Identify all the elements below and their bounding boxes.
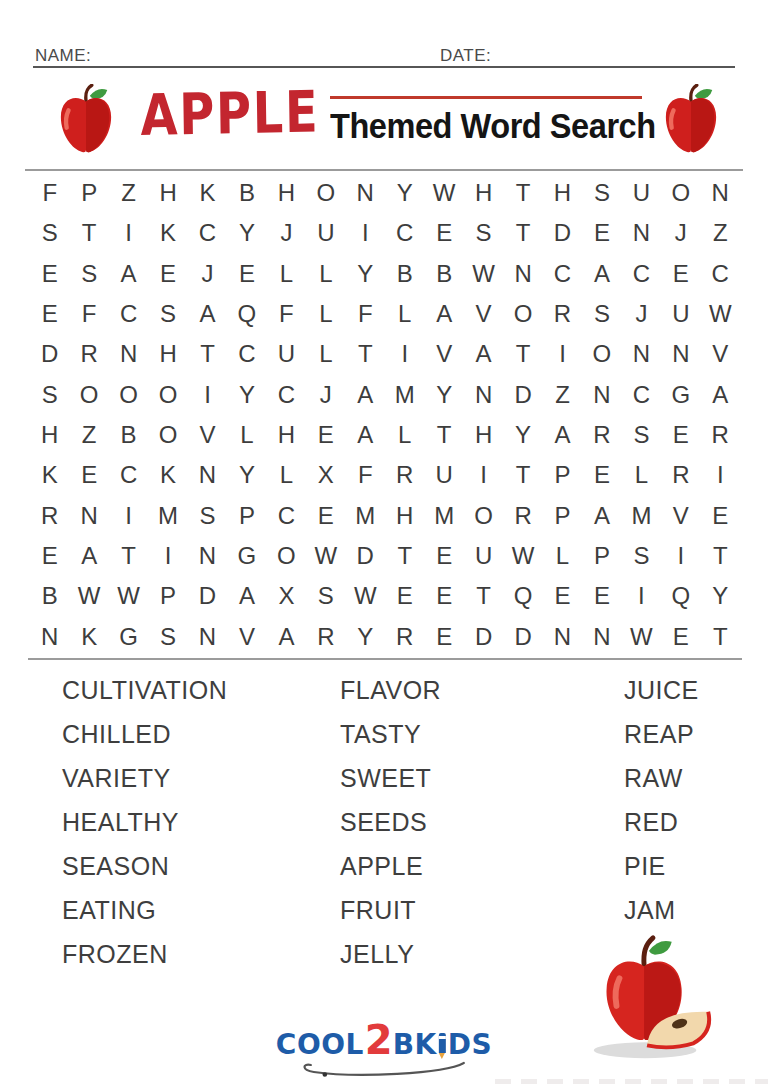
grid-cell[interactable]: R xyxy=(306,617,345,657)
grid-cell[interactable]: D xyxy=(30,334,69,374)
grid-cell[interactable]: T xyxy=(503,455,542,495)
grid-cell[interactable]: T xyxy=(109,536,148,576)
grid-cell[interactable]: R xyxy=(30,496,69,536)
grid-cell[interactable]: H xyxy=(267,415,306,455)
word-item: SWEET xyxy=(340,756,441,800)
grid-cell[interactable]: X xyxy=(267,576,306,616)
grid-cell[interactable]: O xyxy=(267,536,306,576)
name-label: NAME: xyxy=(35,46,91,66)
grid-cell[interactable]: E xyxy=(661,617,700,657)
grid-cell[interactable]: E xyxy=(30,294,69,334)
grid-cell[interactable]: B xyxy=(385,254,424,294)
grid-cell[interactable]: L xyxy=(227,415,266,455)
apple-icon xyxy=(57,84,115,156)
grid-cell[interactable]: Z xyxy=(543,375,582,415)
grid-cell[interactable]: N xyxy=(464,375,503,415)
grid-cell[interactable]: W xyxy=(503,536,542,576)
grid-cell[interactable]: O xyxy=(69,375,108,415)
grid-cell[interactable]: V xyxy=(227,617,266,657)
grid-cell[interactable]: B xyxy=(30,576,69,616)
grid-cell[interactable]: H xyxy=(267,173,306,213)
grid-cell[interactable]: I xyxy=(188,375,227,415)
grid-cell[interactable]: E xyxy=(701,496,740,536)
grid-cell[interactable]: S xyxy=(582,294,621,334)
grid-cell[interactable]: N xyxy=(661,334,700,374)
word-item: SEEDS xyxy=(340,800,441,844)
grid-cell[interactable]: F xyxy=(267,294,306,334)
grid-cell[interactable]: A xyxy=(582,254,621,294)
grid-cell[interactable]: T xyxy=(69,213,108,253)
grid-cell[interactable]: E xyxy=(582,213,621,253)
grid-cell[interactable]: W xyxy=(346,576,385,616)
grid-cell[interactable]: N xyxy=(188,455,227,495)
grid-cell[interactable]: Z xyxy=(69,415,108,455)
word-item: RED xyxy=(624,800,699,844)
word-item: RAW xyxy=(624,756,699,800)
grid-cell[interactable]: S xyxy=(188,496,227,536)
grid-cell[interactable]: V xyxy=(464,294,503,334)
word-item: PIE xyxy=(624,844,699,888)
grid-cell[interactable]: R xyxy=(385,617,424,657)
letter-grid: FPZHKBHONYWHTHSUONSTIKCYJUICESTDENJZESAE… xyxy=(30,173,740,657)
grid-cell[interactable]: E xyxy=(385,576,424,616)
grid-cell[interactable]: I xyxy=(109,496,148,536)
grid-cell[interactable]: C xyxy=(267,375,306,415)
grid-cell[interactable]: A xyxy=(188,294,227,334)
grid-cell[interactable]: D xyxy=(503,617,542,657)
word-item: SEASON xyxy=(62,844,227,888)
grid-cell[interactable]: U xyxy=(424,455,463,495)
word-item: JUICE xyxy=(624,668,699,712)
grid-cell[interactable]: Y xyxy=(385,173,424,213)
grid-cell[interactable]: E xyxy=(424,213,463,253)
grid-cell[interactable]: E xyxy=(306,415,345,455)
grid-cell[interactable]: H xyxy=(543,173,582,213)
word-item: TASTY xyxy=(340,712,441,756)
grid-cell[interactable]: E xyxy=(148,254,187,294)
grid-cell[interactable]: N xyxy=(109,334,148,374)
grid-cell[interactable]: S xyxy=(622,536,661,576)
grid-cell[interactable]: R xyxy=(582,415,621,455)
grid-cell[interactable]: G xyxy=(109,617,148,657)
grid-cell[interactable]: U xyxy=(267,334,306,374)
grid-cell[interactable]: D xyxy=(503,375,542,415)
grid-cell[interactable]: P xyxy=(69,173,108,213)
word-list-column-2: FLAVORTASTYSWEETSEEDSAPPLEFRUITJELLY xyxy=(340,668,441,976)
page-subtitle: Themed Word Search xyxy=(330,106,620,146)
grid-cell[interactable]: L xyxy=(267,455,306,495)
grid-cell[interactable]: S xyxy=(30,213,69,253)
grid-cell[interactable]: N xyxy=(622,334,661,374)
cool2bkids-logo: COOL2BKDS xyxy=(276,1024,492,1079)
grid-cell[interactable]: R xyxy=(543,294,582,334)
grid-cell[interactable]: K xyxy=(30,455,69,495)
grid-cell[interactable]: W xyxy=(424,173,463,213)
grid-cell[interactable]: N xyxy=(69,496,108,536)
grid-cell[interactable]: T xyxy=(385,536,424,576)
word-list-column-3: JUICEREAPRAWREDPIEJAM xyxy=(624,668,699,932)
grid-cell[interactable]: O xyxy=(503,294,542,334)
grid-cell[interactable]: N xyxy=(543,617,582,657)
grid-cell[interactable]: O xyxy=(109,375,148,415)
grid-cell[interactable]: A xyxy=(346,375,385,415)
red-accent-line xyxy=(330,96,642,99)
grid-cell[interactable]: Y xyxy=(227,375,266,415)
grid-cell[interactable]: O xyxy=(306,173,345,213)
grid-cell[interactable]: L xyxy=(306,334,345,374)
grid-cell[interactable]: T xyxy=(701,617,740,657)
grid-cell[interactable]: I xyxy=(346,213,385,253)
grid-cell[interactable]: Z xyxy=(701,213,740,253)
grid-cell[interactable]: I xyxy=(661,536,700,576)
grid-cell[interactable]: A xyxy=(582,496,621,536)
grid-cell[interactable]: M xyxy=(622,496,661,536)
grid-cell[interactable]: A xyxy=(69,536,108,576)
grid-cell[interactable]: I xyxy=(148,536,187,576)
grid-cell[interactable]: U xyxy=(306,213,345,253)
grid-cell[interactable]: C xyxy=(622,254,661,294)
grid-cell[interactable]: T xyxy=(188,334,227,374)
logo-text-two: 2 xyxy=(365,1024,393,1056)
word-item: EATING xyxy=(62,888,227,932)
grid-cell[interactable]: T xyxy=(503,173,542,213)
divider-top xyxy=(25,169,743,171)
word-list-column-1: CULTIVATIONCHILLEDVARIETYHEALTHYSEASONEA… xyxy=(62,668,227,976)
word-item: FRUIT xyxy=(340,888,441,932)
word-item: JAM xyxy=(624,888,699,932)
grid-cell[interactable]: C xyxy=(701,254,740,294)
grid-cell[interactable]: R xyxy=(701,415,740,455)
grid-cell[interactable]: H xyxy=(148,334,187,374)
grid-cell[interactable]: I xyxy=(622,576,661,616)
grid-cell[interactable]: P xyxy=(227,496,266,536)
grid-cell[interactable]: H xyxy=(385,496,424,536)
grid-cell[interactable]: M xyxy=(385,375,424,415)
grid-cell[interactable]: K xyxy=(188,173,227,213)
grid-cell[interactable]: A xyxy=(464,334,503,374)
page-title: APPLE xyxy=(140,78,320,148)
grid-cell[interactable]: S xyxy=(148,294,187,334)
grid-cell[interactable]: N xyxy=(701,173,740,213)
grid-cell[interactable]: U xyxy=(661,294,700,334)
grid-cell[interactable]: B xyxy=(109,415,148,455)
grid-cell[interactable]: U xyxy=(464,536,503,576)
grid-cell[interactable]: T xyxy=(503,213,542,253)
word-item: REAP xyxy=(624,712,699,756)
grid-cell[interactable]: T xyxy=(464,576,503,616)
logo-text-bk: BK xyxy=(393,1028,437,1061)
grid-cell[interactable]: L xyxy=(622,455,661,495)
grid-cell[interactable]: L xyxy=(306,254,345,294)
grid-cell[interactable]: I xyxy=(464,455,503,495)
grid-cell[interactable]: G xyxy=(227,536,266,576)
grid-cell[interactable]: J xyxy=(661,213,700,253)
name-date-write-line[interactable] xyxy=(33,66,735,68)
grid-cell[interactable]: E xyxy=(582,576,621,616)
grid-cell[interactable]: F xyxy=(346,294,385,334)
word-item: HEALTHY xyxy=(62,800,227,844)
word-item: CHILLED xyxy=(62,712,227,756)
grid-cell[interactable]: F xyxy=(69,294,108,334)
grid-cell[interactable]: A xyxy=(543,415,582,455)
grid-cell[interactable]: R xyxy=(385,455,424,495)
grid-cell[interactable]: E xyxy=(30,536,69,576)
grid-cell[interactable]: E xyxy=(424,576,463,616)
grid-cell[interactable]: E xyxy=(582,455,621,495)
grid-cell[interactable]: W xyxy=(109,576,148,616)
word-item: FROZEN xyxy=(62,932,227,976)
grid-cell[interactable]: A xyxy=(701,375,740,415)
grid-cell[interactable]: E xyxy=(543,576,582,616)
grid-cell[interactable]: S xyxy=(582,173,621,213)
grid-cell[interactable]: L xyxy=(267,254,306,294)
grid-cell[interactable]: F xyxy=(346,455,385,495)
grid-cell[interactable]: Y xyxy=(346,617,385,657)
grid-cell[interactable]: L xyxy=(385,294,424,334)
grid-cell[interactable]: N xyxy=(622,213,661,253)
grid-cell[interactable]: B xyxy=(227,173,266,213)
grid-cell[interactable]: H xyxy=(148,173,187,213)
word-item: FLAVOR xyxy=(340,668,441,712)
apple-with-slice-illustration xyxy=(582,932,720,1064)
grid-cell[interactable]: V xyxy=(701,334,740,374)
grid-cell[interactable]: C xyxy=(188,213,227,253)
grid-cell[interactable]: J xyxy=(306,375,345,415)
grid-cell[interactable]: K xyxy=(148,455,187,495)
word-item: CULTIVATION xyxy=(62,668,227,712)
grid-cell[interactable]: Y xyxy=(424,375,463,415)
grid-cell[interactable]: O xyxy=(148,415,187,455)
date-label: DATE: xyxy=(440,46,491,66)
grid-cell[interactable]: O xyxy=(464,496,503,536)
grid-cell[interactable]: E xyxy=(30,254,69,294)
grid-cell[interactable]: R xyxy=(661,455,700,495)
grid-cell[interactable]: V xyxy=(188,415,227,455)
logo-swoosh-underline xyxy=(294,1059,474,1079)
grid-cell[interactable]: X xyxy=(306,455,345,495)
grid-cell[interactable]: Y xyxy=(503,415,542,455)
grid-cell[interactable]: W xyxy=(622,617,661,657)
grid-cell[interactable]: S xyxy=(464,213,503,253)
grid-cell[interactable]: A xyxy=(267,617,306,657)
grid-cell[interactable]: Y xyxy=(346,254,385,294)
grid-cell[interactable]: Q xyxy=(661,576,700,616)
grid-cell[interactable]: Q xyxy=(503,576,542,616)
grid-cell[interactable]: E xyxy=(227,254,266,294)
grid-cell[interactable]: N xyxy=(582,375,621,415)
grid-cell[interactable]: T xyxy=(346,334,385,374)
word-item: JELLY xyxy=(340,932,441,976)
logo-text-cool: COOL xyxy=(276,1028,364,1061)
grid-cell[interactable]: J xyxy=(622,294,661,334)
grid-cell[interactable]: O xyxy=(582,334,621,374)
grid-cell[interactable]: M xyxy=(346,496,385,536)
grid-cell[interactable]: C xyxy=(622,375,661,415)
grid-cell[interactable]: P xyxy=(148,576,187,616)
grid-cell[interactable]: T xyxy=(424,415,463,455)
grid-cell[interactable]: I xyxy=(701,455,740,495)
grid-cell[interactable]: C xyxy=(385,213,424,253)
grid-cell[interactable]: J xyxy=(267,213,306,253)
grid-cell[interactable]: E xyxy=(661,254,700,294)
grid-cell[interactable]: R xyxy=(69,334,108,374)
grid-cell[interactable]: C xyxy=(267,496,306,536)
worksheet-page: NAME: DATE: APPLE Themed Word Search FPZ… xyxy=(0,0,768,1087)
grid-cell[interactable]: S xyxy=(148,617,187,657)
grid-cell[interactable]: L xyxy=(306,294,345,334)
grid-cell[interactable]: F xyxy=(30,173,69,213)
grid-cell[interactable]: A xyxy=(109,254,148,294)
grid-cell[interactable]: W xyxy=(69,576,108,616)
grid-cell[interactable]: J xyxy=(188,254,227,294)
grid-cell[interactable]: S xyxy=(622,415,661,455)
grid-cell[interactable]: W xyxy=(306,536,345,576)
grid-cell[interactable]: D xyxy=(464,617,503,657)
word-item: VARIETY xyxy=(62,756,227,800)
grid-cell[interactable]: V xyxy=(424,334,463,374)
grid-cell[interactable]: Q xyxy=(227,294,266,334)
grid-cell[interactable]: A xyxy=(227,576,266,616)
grid-cell[interactable]: N xyxy=(188,617,227,657)
grid-cell[interactable]: S xyxy=(30,375,69,415)
grid-cell[interactable]: I xyxy=(385,334,424,374)
grid-cell[interactable]: U xyxy=(622,173,661,213)
grid-cell[interactable]: Z xyxy=(109,173,148,213)
logo-text-ds: DS xyxy=(448,1028,492,1061)
grid-cell[interactable]: L xyxy=(385,415,424,455)
grid-cell[interactable]: C xyxy=(543,254,582,294)
grid-cell[interactable]: S xyxy=(306,576,345,616)
grid-cell[interactable]: I xyxy=(543,334,582,374)
grid-cell[interactable]: N xyxy=(30,617,69,657)
grid-cell[interactable]: C xyxy=(227,334,266,374)
grid-cell[interactable]: V xyxy=(661,496,700,536)
grid-cell[interactable]: Y xyxy=(701,576,740,616)
grid-cell[interactable]: Y xyxy=(227,455,266,495)
grid-cell[interactable]: P xyxy=(582,536,621,576)
grid-cell[interactable]: N xyxy=(503,254,542,294)
divider-bottom xyxy=(28,658,742,660)
faint-dash-strip xyxy=(495,1079,768,1084)
grid-cell[interactable]: D xyxy=(188,576,227,616)
grid-cell[interactable]: G xyxy=(661,375,700,415)
grid-cell[interactable]: A xyxy=(424,294,463,334)
grid-cell[interactable]: E xyxy=(661,415,700,455)
grid-cell[interactable]: R xyxy=(503,496,542,536)
grid-cell[interactable]: N xyxy=(188,536,227,576)
grid-cell[interactable]: P xyxy=(543,496,582,536)
grid-cell[interactable]: K xyxy=(148,213,187,253)
grid-cell[interactable]: D xyxy=(346,536,385,576)
grid-cell[interactable]: M xyxy=(424,496,463,536)
grid-cell[interactable]: E xyxy=(69,455,108,495)
grid-cell[interactable]: H xyxy=(464,415,503,455)
grid-cell[interactable]: N xyxy=(582,617,621,657)
grid-cell[interactable]: C xyxy=(109,294,148,334)
grid-cell[interactable]: E xyxy=(306,496,345,536)
grid-cell[interactable]: N xyxy=(346,173,385,213)
grid-cell[interactable]: Y xyxy=(227,213,266,253)
grid-cell[interactable]: T xyxy=(701,536,740,576)
grid-cell[interactable]: M xyxy=(148,496,187,536)
grid-cell[interactable]: W xyxy=(464,254,503,294)
grid-cell[interactable]: H xyxy=(30,415,69,455)
grid-cell[interactable]: I xyxy=(109,213,148,253)
grid-cell[interactable]: P xyxy=(543,455,582,495)
grid-cell[interactable]: H xyxy=(464,173,503,213)
grid-cell[interactable]: E xyxy=(424,536,463,576)
pencil-i-icon xyxy=(439,1033,446,1053)
grid-cell[interactable]: L xyxy=(543,536,582,576)
grid-cell[interactable]: S xyxy=(69,254,108,294)
grid-cell[interactable]: O xyxy=(661,173,700,213)
grid-cell[interactable]: D xyxy=(543,213,582,253)
apple-icon xyxy=(662,84,720,156)
grid-cell[interactable]: W xyxy=(701,294,740,334)
word-item: APPLE xyxy=(340,844,441,888)
grid-cell[interactable]: A xyxy=(346,415,385,455)
grid-cell[interactable]: K xyxy=(69,617,108,657)
grid-cell[interactable]: C xyxy=(109,455,148,495)
grid-cell[interactable]: E xyxy=(424,617,463,657)
grid-cell[interactable]: T xyxy=(503,334,542,374)
grid-cell[interactable]: O xyxy=(148,375,187,415)
grid-cell[interactable]: B xyxy=(424,254,463,294)
